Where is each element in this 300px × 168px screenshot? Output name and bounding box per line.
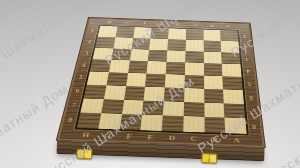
rank-label: 2	[240, 41, 252, 53]
square	[119, 114, 142, 130]
brass-hinge-right	[201, 153, 217, 164]
square	[186, 29, 204, 40]
square	[203, 40, 221, 52]
square	[204, 76, 224, 90]
square	[203, 30, 221, 41]
rank-label: 5	[243, 77, 256, 91]
square	[149, 38, 168, 50]
square	[225, 118, 247, 134]
square	[84, 84, 107, 98]
rank-label: 1	[239, 31, 250, 42]
square	[220, 30, 238, 41]
square	[109, 60, 130, 73]
square	[185, 40, 203, 52]
square	[131, 38, 150, 50]
square	[115, 27, 134, 38]
square	[221, 41, 240, 53]
file-label: E	[139, 132, 161, 142]
square	[204, 102, 225, 117]
rank-label: 6	[245, 90, 258, 104]
square	[183, 102, 204, 117]
square	[224, 103, 245, 118]
square	[223, 89, 244, 104]
square	[113, 37, 133, 49]
file-label: G	[96, 130, 119, 140]
square	[222, 64, 242, 77]
file-label: D	[161, 132, 183, 142]
square	[80, 98, 103, 113]
square	[93, 48, 114, 60]
file-label: C	[183, 133, 205, 143]
rank-label: 7	[246, 104, 260, 119]
square	[142, 100, 164, 115]
square	[148, 49, 167, 61]
square	[203, 51, 222, 63]
square	[185, 62, 204, 75]
square	[87, 72, 109, 86]
square	[163, 101, 184, 116]
rank-label: 4	[242, 64, 254, 77]
file-label: A	[225, 135, 247, 146]
square	[184, 75, 203, 89]
square	[130, 49, 150, 61]
square	[166, 50, 185, 62]
square	[221, 52, 240, 64]
square	[164, 87, 184, 101]
square	[185, 51, 203, 63]
chess-box: HGFEDCBA HGFEDCBA 12345678 12345678	[56, 14, 269, 161]
square	[145, 74, 165, 88]
square	[124, 86, 146, 100]
square	[140, 115, 162, 131]
square	[106, 72, 127, 86]
square	[223, 76, 243, 90]
chess-board: HGFEDCBA HGFEDCBA 12345678 12345678	[57, 18, 265, 148]
square	[150, 28, 168, 39]
square	[101, 99, 124, 114]
rank-label: 3	[241, 53, 253, 65]
square	[104, 85, 126, 99]
square	[98, 26, 118, 37]
square	[184, 88, 204, 102]
square	[90, 59, 111, 72]
square	[167, 39, 185, 51]
square	[204, 89, 224, 103]
square	[168, 28, 186, 39]
square	[128, 61, 148, 74]
file-label: B	[204, 134, 226, 144]
square	[165, 74, 185, 88]
square	[95, 37, 115, 49]
square	[162, 116, 184, 132]
square	[122, 100, 144, 115]
rank-label: 8	[247, 118, 261, 134]
square	[133, 27, 152, 38]
square	[144, 87, 165, 101]
square	[183, 116, 204, 132]
square	[147, 61, 167, 74]
square	[98, 113, 122, 129]
square	[77, 113, 101, 129]
brass-hinge-left	[76, 149, 92, 160]
square	[204, 117, 225, 133]
square	[111, 48, 131, 60]
square	[166, 62, 185, 75]
square	[126, 73, 147, 87]
file-label: F	[118, 131, 141, 141]
file-label: H	[74, 129, 98, 139]
board-squares	[74, 25, 248, 135]
square	[203, 63, 222, 76]
product-photo: HGFEDCBA HGFEDCBA 12345678 12345678 Русс…	[0, 0, 300, 168]
